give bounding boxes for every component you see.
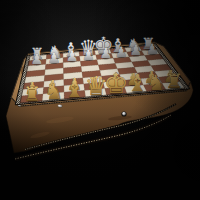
lighting-vignette [0,0,200,200]
vignette-layer [0,0,200,200]
scene-svg: ♜♞♝♛♚♝♞♜♟♟♟♟♟♟♟♟♟♟♟♟♟♟♟♟♜♞♝♛♚♝♞♜ [0,0,200,200]
chess-set-photo: ♜♞♝♛♚♝♞♜♟♟♟♟♟♟♟♟♟♟♟♟♟♟♟♟♜♞♝♛♚♝♞♜ [0,0,200,200]
